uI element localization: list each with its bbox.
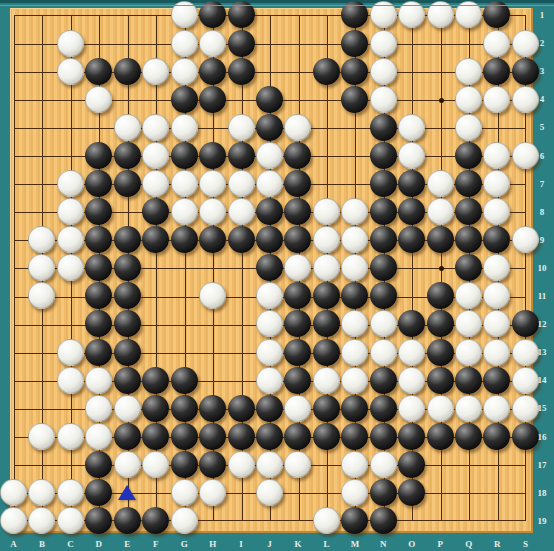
board-point-Q18[interactable] — [454, 479, 482, 507]
board-point-O14[interactable] — [397, 366, 425, 394]
board-point-C8[interactable] — [56, 198, 84, 226]
board-point-F11[interactable] — [142, 282, 170, 310]
board-point-G7[interactable] — [170, 169, 198, 197]
board-point-G18[interactable] — [170, 479, 198, 507]
board-point-S17[interactable] — [511, 450, 539, 478]
board-point-K3[interactable] — [284, 57, 312, 85]
board-point-N6[interactable] — [369, 141, 397, 169]
board-point-K12[interactable] — [284, 310, 312, 338]
board-point-L7[interactable] — [312, 169, 340, 197]
board-point-L14[interactable] — [312, 366, 340, 394]
board-point-M2[interactable] — [341, 29, 369, 57]
board-point-D9[interactable] — [85, 226, 113, 254]
board-point-G9[interactable] — [170, 226, 198, 254]
board-point-F8[interactable] — [142, 198, 170, 226]
board-point-B17[interactable] — [28, 450, 56, 478]
board-point-O1[interactable] — [397, 1, 425, 29]
board-point-J15[interactable] — [255, 394, 283, 422]
board-point-I6[interactable] — [227, 141, 255, 169]
board-point-H16[interactable] — [198, 422, 226, 450]
board-point-Q14[interactable] — [454, 366, 482, 394]
board-point-I7[interactable] — [227, 169, 255, 197]
board-point-H11[interactable] — [198, 282, 226, 310]
board-point-J10[interactable] — [255, 254, 283, 282]
board-point-R7[interactable] — [483, 169, 511, 197]
board-point-L10[interactable] — [312, 254, 340, 282]
board-point-P8[interactable] — [426, 198, 454, 226]
board-point-I8[interactable] — [227, 198, 255, 226]
board-point-S6[interactable] — [511, 141, 539, 169]
board-point-P19[interactable] — [426, 507, 454, 535]
board-point-J13[interactable] — [255, 338, 283, 366]
board-point-E15[interactable] — [113, 394, 141, 422]
board-point-N11[interactable] — [369, 282, 397, 310]
board-point-B11[interactable] — [28, 282, 56, 310]
board-point-Q16[interactable] — [454, 422, 482, 450]
board-point-I2[interactable] — [227, 29, 255, 57]
board-point-F19[interactable] — [142, 507, 170, 535]
board-point-B16[interactable] — [28, 422, 56, 450]
board-point-F13[interactable] — [142, 338, 170, 366]
board-point-C5[interactable] — [56, 113, 84, 141]
board-point-M7[interactable] — [341, 169, 369, 197]
board-point-S16[interactable] — [511, 422, 539, 450]
board-point-K2[interactable] — [284, 29, 312, 57]
board-point-A15[interactable] — [0, 394, 28, 422]
board-point-R10[interactable] — [483, 254, 511, 282]
board-point-L9[interactable] — [312, 226, 340, 254]
board-point-M16[interactable] — [341, 422, 369, 450]
board-point-B12[interactable] — [28, 310, 56, 338]
board-point-K15[interactable] — [284, 394, 312, 422]
board-point-P3[interactable] — [426, 57, 454, 85]
board-point-S13[interactable] — [511, 338, 539, 366]
board-point-P12[interactable] — [426, 310, 454, 338]
board-point-S19[interactable] — [511, 507, 539, 535]
board-point-G11[interactable] — [170, 282, 198, 310]
board-point-J9[interactable] — [255, 226, 283, 254]
board-point-N10[interactable] — [369, 254, 397, 282]
board-point-B5[interactable] — [28, 113, 56, 141]
board-point-F17[interactable] — [142, 450, 170, 478]
board-point-I5[interactable] — [227, 113, 255, 141]
board-point-S4[interactable] — [511, 85, 539, 113]
board-point-Q4[interactable] — [454, 85, 482, 113]
board-point-N8[interactable] — [369, 198, 397, 226]
board-point-Q19[interactable] — [454, 507, 482, 535]
board-point-K1[interactable] — [284, 1, 312, 29]
board-point-A6[interactable] — [0, 141, 28, 169]
board-point-J12[interactable] — [255, 310, 283, 338]
board-point-F2[interactable] — [142, 29, 170, 57]
board-point-D8[interactable] — [85, 198, 113, 226]
board-point-J18[interactable] — [255, 479, 283, 507]
board-point-B7[interactable] — [28, 169, 56, 197]
board-point-P7[interactable] — [426, 169, 454, 197]
board-point-E1[interactable] — [113, 1, 141, 29]
board-point-H15[interactable] — [198, 394, 226, 422]
board-point-K10[interactable] — [284, 254, 312, 282]
board-point-J4[interactable] — [255, 85, 283, 113]
board-point-E2[interactable] — [113, 29, 141, 57]
board-point-P15[interactable] — [426, 394, 454, 422]
board-point-K6[interactable] — [284, 141, 312, 169]
board-point-H4[interactable] — [198, 85, 226, 113]
board-point-R6[interactable] — [483, 141, 511, 169]
board-point-K13[interactable] — [284, 338, 312, 366]
board-point-P11[interactable] — [426, 282, 454, 310]
board-point-C13[interactable] — [56, 338, 84, 366]
board-point-L12[interactable] — [312, 310, 340, 338]
board-point-H18[interactable] — [198, 479, 226, 507]
board-point-B10[interactable] — [28, 254, 56, 282]
board-point-N16[interactable] — [369, 422, 397, 450]
board-point-F1[interactable] — [142, 1, 170, 29]
board-point-K11[interactable] — [284, 282, 312, 310]
board-point-F5[interactable] — [142, 113, 170, 141]
board-point-H1[interactable] — [198, 1, 226, 29]
board-point-K19[interactable] — [284, 507, 312, 535]
board-point-A13[interactable] — [0, 338, 28, 366]
board-point-L3[interactable] — [312, 57, 340, 85]
board-point-C19[interactable] — [56, 507, 84, 535]
board-point-G8[interactable] — [170, 198, 198, 226]
board-point-K5[interactable] — [284, 113, 312, 141]
board-point-D17[interactable] — [85, 450, 113, 478]
board-point-A9[interactable] — [0, 226, 28, 254]
board-point-P2[interactable] — [426, 29, 454, 57]
board-point-C17[interactable] — [56, 450, 84, 478]
board-point-A14[interactable] — [0, 366, 28, 394]
board-point-N13[interactable] — [369, 338, 397, 366]
board-point-H2[interactable] — [198, 29, 226, 57]
board-point-Q6[interactable] — [454, 141, 482, 169]
board-point-E14[interactable] — [113, 366, 141, 394]
board-point-D19[interactable] — [85, 507, 113, 535]
board-point-R14[interactable] — [483, 366, 511, 394]
board-point-H13[interactable] — [198, 338, 226, 366]
board-point-I4[interactable] — [227, 85, 255, 113]
board-point-A7[interactable] — [0, 169, 28, 197]
board-point-E18[interactable] — [113, 479, 141, 507]
board-point-N9[interactable] — [369, 226, 397, 254]
board-point-I1[interactable] — [227, 1, 255, 29]
board-point-A16[interactable] — [0, 422, 28, 450]
board-point-S14[interactable] — [511, 366, 539, 394]
board-point-B18[interactable] — [28, 479, 56, 507]
board-point-R1[interactable] — [483, 1, 511, 29]
board-point-Q15[interactable] — [454, 394, 482, 422]
board-point-E11[interactable] — [113, 282, 141, 310]
board-point-F9[interactable] — [142, 226, 170, 254]
board-point-H6[interactable] — [198, 141, 226, 169]
board-point-I12[interactable] — [227, 310, 255, 338]
board-point-S1[interactable] — [511, 1, 539, 29]
board-point-F14[interactable] — [142, 366, 170, 394]
board-point-B8[interactable] — [28, 198, 56, 226]
board-point-M11[interactable] — [341, 282, 369, 310]
board-point-G4[interactable] — [170, 85, 198, 113]
board-point-C2[interactable] — [56, 29, 84, 57]
board-point-Q7[interactable] — [454, 169, 482, 197]
board-point-R19[interactable] — [483, 507, 511, 535]
board-point-I13[interactable] — [227, 338, 255, 366]
board-point-K16[interactable] — [284, 422, 312, 450]
board-point-D2[interactable] — [85, 29, 113, 57]
board-point-F16[interactable] — [142, 422, 170, 450]
board-point-R13[interactable] — [483, 338, 511, 366]
board-point-M18[interactable] — [341, 479, 369, 507]
board-point-M14[interactable] — [341, 366, 369, 394]
board-point-P17[interactable] — [426, 450, 454, 478]
board-point-J2[interactable] — [255, 29, 283, 57]
board-point-E17[interactable] — [113, 450, 141, 478]
board-point-M12[interactable] — [341, 310, 369, 338]
board-point-O16[interactable] — [397, 422, 425, 450]
board-point-H17[interactable] — [198, 450, 226, 478]
board-point-F15[interactable] — [142, 394, 170, 422]
board-point-A4[interactable] — [0, 85, 28, 113]
board-point-D10[interactable] — [85, 254, 113, 282]
board-point-B9[interactable] — [28, 226, 56, 254]
board-point-J5[interactable] — [255, 113, 283, 141]
board-point-D6[interactable] — [85, 141, 113, 169]
board-point-E19[interactable] — [113, 507, 141, 535]
board-point-R9[interactable] — [483, 226, 511, 254]
board-point-S10[interactable] — [511, 254, 539, 282]
board-point-D13[interactable] — [85, 338, 113, 366]
board-point-L8[interactable] — [312, 198, 340, 226]
board-point-O6[interactable] — [397, 141, 425, 169]
board-point-C6[interactable] — [56, 141, 84, 169]
board-point-F3[interactable] — [142, 57, 170, 85]
board-point-F6[interactable] — [142, 141, 170, 169]
board-point-I3[interactable] — [227, 57, 255, 85]
board-point-O3[interactable] — [397, 57, 425, 85]
board-point-A8[interactable] — [0, 198, 28, 226]
board-point-N17[interactable] — [369, 450, 397, 478]
board-point-E12[interactable] — [113, 310, 141, 338]
board-point-O8[interactable] — [397, 198, 425, 226]
board-point-S11[interactable] — [511, 282, 539, 310]
board-point-C4[interactable] — [56, 85, 84, 113]
board-point-A1[interactable] — [0, 1, 28, 29]
board-point-J6[interactable] — [255, 141, 283, 169]
board-point-A5[interactable] — [0, 113, 28, 141]
board-point-D18[interactable] — [85, 479, 113, 507]
board-point-P5[interactable] — [426, 113, 454, 141]
board-point-S7[interactable] — [511, 169, 539, 197]
board-point-I19[interactable] — [227, 507, 255, 535]
board-point-R17[interactable] — [483, 450, 511, 478]
board-point-E9[interactable] — [113, 226, 141, 254]
board-point-N3[interactable] — [369, 57, 397, 85]
board-point-K18[interactable] — [284, 479, 312, 507]
board-point-D12[interactable] — [85, 310, 113, 338]
board-point-S3[interactable] — [511, 57, 539, 85]
board-point-I14[interactable] — [227, 366, 255, 394]
board-point-A17[interactable] — [0, 450, 28, 478]
board-point-L11[interactable] — [312, 282, 340, 310]
board-point-C3[interactable] — [56, 57, 84, 85]
board-point-R16[interactable] — [483, 422, 511, 450]
board-point-D5[interactable] — [85, 113, 113, 141]
board-point-N14[interactable] — [369, 366, 397, 394]
board-point-G6[interactable] — [170, 141, 198, 169]
board-point-P13[interactable] — [426, 338, 454, 366]
board-point-Q12[interactable] — [454, 310, 482, 338]
board-point-N5[interactable] — [369, 113, 397, 141]
board-point-O4[interactable] — [397, 85, 425, 113]
board-point-F7[interactable] — [142, 169, 170, 197]
board-point-J3[interactable] — [255, 57, 283, 85]
board-point-Q17[interactable] — [454, 450, 482, 478]
board-point-E4[interactable] — [113, 85, 141, 113]
board-point-P18[interactable] — [426, 479, 454, 507]
board-point-N18[interactable] — [369, 479, 397, 507]
board-point-P14[interactable] — [426, 366, 454, 394]
board-point-H10[interactable] — [198, 254, 226, 282]
board-point-H12[interactable] — [198, 310, 226, 338]
board-point-S5[interactable] — [511, 113, 539, 141]
board-point-Q5[interactable] — [454, 113, 482, 141]
board-point-K9[interactable] — [284, 226, 312, 254]
board-point-G14[interactable] — [170, 366, 198, 394]
board-point-O7[interactable] — [397, 169, 425, 197]
board-point-H19[interactable] — [198, 507, 226, 535]
board-point-C1[interactable] — [56, 1, 84, 29]
board-point-J11[interactable] — [255, 282, 283, 310]
board-point-M4[interactable] — [341, 85, 369, 113]
board-point-E7[interactable] — [113, 169, 141, 197]
board-point-A2[interactable] — [0, 29, 28, 57]
board-point-F12[interactable] — [142, 310, 170, 338]
board-point-O18[interactable] — [397, 479, 425, 507]
board-point-M1[interactable] — [341, 1, 369, 29]
board-point-J14[interactable] — [255, 366, 283, 394]
board-point-J19[interactable] — [255, 507, 283, 535]
board-point-L5[interactable] — [312, 113, 340, 141]
board-point-P9[interactable] — [426, 226, 454, 254]
board-point-O5[interactable] — [397, 113, 425, 141]
board-point-J7[interactable] — [255, 169, 283, 197]
board-point-F4[interactable] — [142, 85, 170, 113]
board-point-O11[interactable] — [397, 282, 425, 310]
board-point-I10[interactable] — [227, 254, 255, 282]
board-point-G1[interactable] — [170, 1, 198, 29]
board-point-G19[interactable] — [170, 507, 198, 535]
board-point-O17[interactable] — [397, 450, 425, 478]
board-point-O13[interactable] — [397, 338, 425, 366]
board-point-S9[interactable] — [511, 226, 539, 254]
board-point-B19[interactable] — [28, 507, 56, 535]
board-point-Q8[interactable] — [454, 198, 482, 226]
board-point-Q11[interactable] — [454, 282, 482, 310]
board-point-O9[interactable] — [397, 226, 425, 254]
board-point-B4[interactable] — [28, 85, 56, 113]
board-point-A3[interactable] — [0, 57, 28, 85]
board-point-G2[interactable] — [170, 29, 198, 57]
board-point-J16[interactable] — [255, 422, 283, 450]
board-point-M5[interactable] — [341, 113, 369, 141]
board-point-C18[interactable] — [56, 479, 84, 507]
board-point-L6[interactable] — [312, 141, 340, 169]
board-point-L15[interactable] — [312, 394, 340, 422]
board-point-L17[interactable] — [312, 450, 340, 478]
board-point-D11[interactable] — [85, 282, 113, 310]
board-point-M17[interactable] — [341, 450, 369, 478]
board-point-L16[interactable] — [312, 422, 340, 450]
board-point-M13[interactable] — [341, 338, 369, 366]
board-point-Q2[interactable] — [454, 29, 482, 57]
board-point-D14[interactable] — [85, 366, 113, 394]
board-point-N15[interactable] — [369, 394, 397, 422]
board-point-H3[interactable] — [198, 57, 226, 85]
board-point-H8[interactable] — [198, 198, 226, 226]
board-point-B3[interactable] — [28, 57, 56, 85]
board-point-D3[interactable] — [85, 57, 113, 85]
board-point-M9[interactable] — [341, 226, 369, 254]
board-point-B14[interactable] — [28, 366, 56, 394]
board-point-R3[interactable] — [483, 57, 511, 85]
board-point-P6[interactable] — [426, 141, 454, 169]
board-point-A19[interactable] — [0, 507, 28, 535]
board-point-O15[interactable] — [397, 394, 425, 422]
board-point-E6[interactable] — [113, 141, 141, 169]
board-point-M19[interactable] — [341, 507, 369, 535]
board-point-R18[interactable] — [483, 479, 511, 507]
board-point-A12[interactable] — [0, 310, 28, 338]
board-point-G13[interactable] — [170, 338, 198, 366]
board-point-R15[interactable] — [483, 394, 511, 422]
board-point-K7[interactable] — [284, 169, 312, 197]
board-point-E13[interactable] — [113, 338, 141, 366]
board-point-N1[interactable] — [369, 1, 397, 29]
board-point-D15[interactable] — [85, 394, 113, 422]
board-point-B15[interactable] — [28, 394, 56, 422]
board-point-N7[interactable] — [369, 169, 397, 197]
board-point-P4[interactable] — [426, 85, 454, 113]
board-point-S15[interactable] — [511, 394, 539, 422]
board-point-K4[interactable] — [284, 85, 312, 113]
board-point-L19[interactable] — [312, 507, 340, 535]
board-point-B1[interactable] — [28, 1, 56, 29]
board-point-E16[interactable] — [113, 422, 141, 450]
board-point-L4[interactable] — [312, 85, 340, 113]
board-point-S2[interactable] — [511, 29, 539, 57]
board-point-G17[interactable] — [170, 450, 198, 478]
board-point-N4[interactable] — [369, 85, 397, 113]
board-point-I16[interactable] — [227, 422, 255, 450]
board-point-C7[interactable] — [56, 169, 84, 197]
board-point-N2[interactable] — [369, 29, 397, 57]
board-point-K14[interactable] — [284, 366, 312, 394]
board-point-L1[interactable] — [312, 1, 340, 29]
board-point-D16[interactable] — [85, 422, 113, 450]
board-point-D7[interactable] — [85, 169, 113, 197]
board-point-E5[interactable] — [113, 113, 141, 141]
board-point-C14[interactable] — [56, 366, 84, 394]
board-point-L2[interactable] — [312, 29, 340, 57]
board-point-B6[interactable] — [28, 141, 56, 169]
board-point-J17[interactable] — [255, 450, 283, 478]
board-point-R12[interactable] — [483, 310, 511, 338]
board-point-H7[interactable] — [198, 169, 226, 197]
board-point-C9[interactable] — [56, 226, 84, 254]
board-point-B13[interactable] — [28, 338, 56, 366]
board-point-P1[interactable] — [426, 1, 454, 29]
board-point-H5[interactable] — [198, 113, 226, 141]
